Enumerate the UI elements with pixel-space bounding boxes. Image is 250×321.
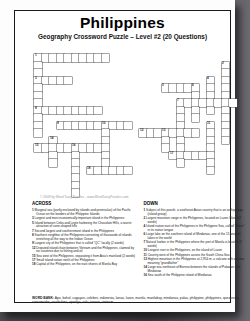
grid-cell-r8c21[interactable] <box>192 114 200 122</box>
grid-gap <box>154 99 162 107</box>
grid-gap <box>42 152 50 160</box>
grid-gap <box>79 182 87 190</box>
grid-cell-r4c23[interactable] <box>207 84 215 92</box>
grid-cell-r10c19[interactable] <box>177 129 185 137</box>
grid-cell-r10c14[interactable]: 12 <box>139 129 147 137</box>
grid-gap <box>199 114 207 122</box>
grid-cell-r4c20[interactable] <box>184 84 192 92</box>
grid-gap <box>229 54 237 62</box>
grid-gap <box>154 114 162 122</box>
grid-cell-r5c0[interactable] <box>34 92 42 100</box>
grid-cell-r4c0[interactable] <box>34 84 42 92</box>
grid-cell-r14c2[interactable] <box>49 159 57 167</box>
grid-cell-r9c4[interactable] <box>64 122 72 130</box>
grid-cell-r3c4[interactable] <box>64 77 72 85</box>
grid-cell-r5c25[interactable] <box>222 92 230 100</box>
grid-gap <box>34 159 42 167</box>
grid-gap <box>109 99 117 107</box>
grid-gap <box>154 62 162 70</box>
grid-cell-r10c17[interactable]: 13 <box>162 129 170 137</box>
grid-cell-r6c23[interactable] <box>207 99 215 107</box>
grid-gap <box>72 77 80 85</box>
grid-gap <box>57 137 65 145</box>
grid-gap <box>117 152 125 160</box>
grid-gap <box>124 84 132 92</box>
grid-cell-r13c9[interactable] <box>102 152 110 160</box>
grid-gap <box>132 114 140 122</box>
grid-cell-r12c7[interactable] <box>87 144 95 152</box>
grid-cell-r15c10[interactable] <box>109 167 117 175</box>
grid-cell-r2c25[interactable] <box>222 69 230 77</box>
grid-cell-r9c6[interactable] <box>79 122 87 130</box>
grid-cell-r9c12[interactable] <box>124 122 132 130</box>
grid-gap <box>214 114 222 122</box>
grid-gap <box>109 129 117 137</box>
grid-gap <box>132 84 140 92</box>
grid-gap <box>177 62 185 70</box>
grid-gap <box>214 84 222 92</box>
grid-gap <box>229 129 237 137</box>
grid-gap <box>79 92 87 100</box>
grid-gap <box>214 167 222 175</box>
grid-cell-r11c23[interactable] <box>207 137 215 145</box>
grid-gap <box>102 174 110 182</box>
grid-gap <box>94 159 102 167</box>
grid-gap <box>139 137 147 145</box>
grid-gap <box>94 182 102 190</box>
grid-gap <box>87 69 95 77</box>
cell-number: 1 <box>35 54 37 57</box>
grid-cell-r6c19[interactable]: 7 <box>177 99 185 107</box>
clue-across-12: 12 Disputed island chain between Vietnam… <box>32 245 136 252</box>
grid-gap <box>184 159 192 167</box>
grid-gap <box>147 77 155 85</box>
grid-gap <box>94 137 102 145</box>
grid-gap <box>42 137 50 145</box>
grid-cell-r0c0[interactable]: 1 <box>34 54 42 62</box>
grid-gap <box>94 69 102 77</box>
grid-cell-r9c8[interactable] <box>94 122 102 130</box>
grid-gap <box>139 167 147 175</box>
grid-cell-r7c7[interactable] <box>87 107 95 115</box>
grid-gap <box>64 152 72 160</box>
grid-gap <box>169 99 177 107</box>
grid-gap <box>139 77 147 85</box>
grid-cell-r3c3[interactable] <box>57 77 65 85</box>
grid-cell-r11c9[interactable] <box>102 137 110 145</box>
grid-gap <box>49 129 57 137</box>
grid-cell-r13c19[interactable] <box>177 152 185 160</box>
grid-gap <box>42 114 50 122</box>
grid-gap <box>87 99 95 107</box>
grid-gap <box>229 84 237 92</box>
grid-gap <box>184 122 192 130</box>
grid-gap <box>139 99 147 107</box>
grid-gap <box>117 92 125 100</box>
grid-cell-r12c9[interactable] <box>102 144 110 152</box>
grid-cell-r12c17[interactable] <box>162 144 170 152</box>
grid-gap <box>162 54 170 62</box>
grid-cell-r16c5[interactable] <box>72 174 80 182</box>
grid-cell-r10c0[interactable] <box>34 129 42 137</box>
grid-cell-r0c3[interactable] <box>57 54 65 62</box>
grid-gap <box>199 92 207 100</box>
grid-gap <box>207 174 215 182</box>
grid-gap <box>192 182 200 190</box>
grid-gap <box>199 144 207 152</box>
clue-across-18: 18 Capital of the Philippines, on the ea… <box>32 262 136 266</box>
grid-cell-r10c15[interactable] <box>147 129 155 137</box>
grid-cell-r10c20[interactable] <box>184 129 192 137</box>
grid-gap <box>49 167 57 175</box>
grid-gap <box>177 77 185 85</box>
clue-across-8: 8 Southern neighbor of the Philippines c… <box>32 233 136 240</box>
grid-gap <box>132 107 140 115</box>
grid-gap <box>162 182 170 190</box>
grid-cell-r10c18[interactable] <box>169 129 177 137</box>
cell-number: 8 <box>35 107 37 110</box>
grid-gap <box>109 84 117 92</box>
grid-gap <box>94 152 102 160</box>
grid-cell-r7c2[interactable] <box>49 107 57 115</box>
grid-gap <box>87 129 95 137</box>
grid-gap <box>94 92 102 100</box>
grid-gap <box>124 107 132 115</box>
grid-cell-r15c11[interactable] <box>117 167 125 175</box>
grid-gap <box>184 77 192 85</box>
grid-gap <box>222 159 230 167</box>
grid-gap <box>102 62 110 70</box>
grid-cell-r8c0[interactable] <box>34 114 42 122</box>
grid-cell-r7c0[interactable]: 8 <box>34 107 42 115</box>
grid-cell-r12c8[interactable] <box>94 144 102 152</box>
grid-gap <box>64 174 72 182</box>
grid-gap <box>214 137 222 145</box>
grid-cell-r0c4[interactable] <box>64 54 72 62</box>
grid-cell-r4c17[interactable]: 5 <box>162 84 170 92</box>
grid-gap <box>162 174 170 182</box>
clue-down-16: 16 Sea south of the Philippine island of… <box>144 273 248 277</box>
grid-gap <box>117 129 125 137</box>
cell-number: 6 <box>192 84 194 87</box>
clue-across-15: 15 Sea west of the Philippines, separati… <box>32 253 136 257</box>
grid-cell-r14c9[interactable] <box>102 159 110 167</box>
grid-gap <box>222 182 230 190</box>
grid-gap <box>117 69 125 77</box>
grid-gap <box>147 69 155 77</box>
grid-gap <box>42 92 50 100</box>
grid-gap <box>49 69 57 77</box>
grid-gap <box>169 107 177 115</box>
grid-gap <box>42 122 50 130</box>
grid-cell-r13c18[interactable]: 17 <box>169 152 177 160</box>
grid-cell-r2c0[interactable] <box>34 69 42 77</box>
grid-cell-r11c2[interactable]: 14 <box>49 137 57 145</box>
grid-gap <box>169 144 177 152</box>
grid-cell-r11c19[interactable] <box>177 137 185 145</box>
grid-gap <box>184 62 192 70</box>
grid-gap <box>42 159 50 167</box>
grid-cell-r0c1[interactable] <box>42 54 50 62</box>
grid-cell-r9c23[interactable]: 11 <box>207 122 215 130</box>
grid-gap <box>162 167 170 175</box>
grid-gap <box>57 167 65 175</box>
grid-gap <box>87 182 95 190</box>
grid-cell-r3c0[interactable]: 3 <box>34 77 42 85</box>
grid-gap <box>207 62 215 70</box>
grid-gap <box>132 129 140 137</box>
cell-number: 17 <box>170 152 173 155</box>
grid-cell-r6c21[interactable] <box>192 99 200 107</box>
grid-gap <box>147 182 155 190</box>
grid-cell-r9c11[interactable] <box>117 122 125 130</box>
grid-gap <box>154 152 162 160</box>
grid-cell-r7c25[interactable] <box>222 107 230 115</box>
grid-cell-r9c7[interactable] <box>87 122 95 130</box>
grid-gap <box>229 144 237 152</box>
grid-gap <box>79 159 87 167</box>
grid-gap <box>49 92 57 100</box>
grid-cell-r3c25[interactable] <box>222 77 230 85</box>
grid-cell-r6c0[interactable] <box>34 99 42 107</box>
grid-cell-r15c23[interactable] <box>207 167 215 175</box>
grid-gap <box>79 152 87 160</box>
grid-gap <box>214 174 222 182</box>
grid-gap <box>199 159 207 167</box>
grid-cell-r12c23[interactable] <box>207 144 215 152</box>
grid-cell-r4c25[interactable] <box>222 84 230 92</box>
grid-gap <box>139 84 147 92</box>
grid-cell-r14c19[interactable] <box>177 159 185 167</box>
grid-gap <box>42 69 50 77</box>
grid-cell-r6c22[interactable] <box>199 99 207 107</box>
grid-cell-r9c19[interactable] <box>177 122 185 130</box>
grid-gap <box>147 159 155 167</box>
grid-cell-r7c8[interactable] <box>94 107 102 115</box>
grid-gap <box>214 159 222 167</box>
grid-cell-r7c21[interactable] <box>192 107 200 115</box>
cell-number: 15 <box>35 144 38 147</box>
grid-cell-r3c2[interactable] <box>49 77 57 85</box>
grid-cell-r11c17[interactable] <box>162 137 170 145</box>
page-title: Philippines <box>15 14 230 32</box>
grid-gap <box>139 159 147 167</box>
grid-cell-r1c25[interactable]: 2 <box>222 62 230 70</box>
grid-gap <box>49 174 57 182</box>
grid-gap <box>57 92 65 100</box>
desk-background: Philippines Geography Crossword Puzzle –… <box>0 0 250 321</box>
grid-cell-r14c23[interactable] <box>207 159 215 167</box>
grid-cell-r13c2[interactable] <box>49 152 57 160</box>
grid-gap <box>117 174 125 182</box>
clue-down-6: 6 Large lake on the southern island of M… <box>144 232 248 239</box>
grid-gap <box>207 182 215 190</box>
grid-cell-r15c7[interactable]: 18 <box>87 167 95 175</box>
grid-cell-r7c6[interactable] <box>79 107 87 115</box>
grid-gap <box>162 159 170 167</box>
grid-cell-r5c21[interactable] <box>192 92 200 100</box>
grid-cell-r9c0[interactable] <box>34 122 42 130</box>
grid-gap <box>87 114 95 122</box>
grid-cell-r12c6[interactable] <box>79 144 87 152</box>
grid-gap <box>169 54 177 62</box>
grid-cell-r13c5[interactable] <box>72 152 80 160</box>
grid-cell-r12c0[interactable]: 15 <box>34 144 42 152</box>
grid-cell-r9c3[interactable]: 9 <box>57 122 65 130</box>
grid-cell-r0c5[interactable] <box>72 54 80 62</box>
grid-gap <box>72 84 80 92</box>
grid-cell-r1c0[interactable] <box>34 62 42 70</box>
grid-gap <box>199 137 207 145</box>
grid-cell-r4c21[interactable]: 6 <box>192 84 200 92</box>
grid-cell-r17c5[interactable] <box>72 182 80 190</box>
grid-cell-r8c19[interactable] <box>177 114 185 122</box>
grid-gap <box>102 92 110 100</box>
grid-gap <box>169 174 177 182</box>
grid-gap <box>162 62 170 70</box>
grid-cell-r7c19[interactable] <box>177 107 185 115</box>
grid-gap <box>109 77 117 85</box>
clue-down-14: 14 Large sea northeast of Borneo between… <box>144 265 248 272</box>
grid-gap <box>109 174 117 182</box>
grid-cell-r0c2[interactable] <box>49 54 57 62</box>
grid-cell-r12c3[interactable] <box>57 144 65 152</box>
grid-gap <box>199 69 207 77</box>
grid-gap <box>177 69 185 77</box>
grid-cell-r6c26[interactable] <box>229 99 237 107</box>
grid-cell-r5c23[interactable] <box>207 92 215 100</box>
grid-cell-r7c4[interactable] <box>64 107 72 115</box>
grid-gap <box>169 77 177 85</box>
grid-gap <box>207 69 215 77</box>
grid-gap <box>57 152 65 160</box>
grid-cell-r12c1[interactable] <box>42 144 50 152</box>
grid-gap <box>154 92 162 100</box>
grid-gap <box>57 69 65 77</box>
grid-cell-r10c16[interactable] <box>154 129 162 137</box>
grid-cell-r7c23[interactable] <box>207 107 215 115</box>
clue-section: ACROSS 1 Marginal sea (partly enclosed b… <box>32 201 247 278</box>
grid-cell-r7c1[interactable] <box>42 107 50 115</box>
grid-gap <box>109 159 117 167</box>
grid-cell-r6c20[interactable] <box>184 99 192 107</box>
grid-gap <box>147 107 155 115</box>
grid-gap <box>229 69 237 77</box>
grid-gap <box>177 54 185 62</box>
grid-gap <box>147 174 155 182</box>
grid-gap <box>199 182 207 190</box>
grid-gap <box>192 167 200 175</box>
grid-cell-r15c12[interactable] <box>124 167 132 175</box>
grid-cell-r7c3[interactable] <box>57 107 65 115</box>
grid-gap <box>64 159 72 167</box>
grid-cell-r10c25[interactable] <box>222 129 230 137</box>
grid-cell-r9c5[interactable] <box>72 122 80 130</box>
grid-cell-r14c5[interactable] <box>72 159 80 167</box>
grid-cell-r3c1[interactable] <box>42 77 50 85</box>
grid-cell-r12c2[interactable] <box>49 144 57 152</box>
grid-cell-r15c5[interactable] <box>72 167 80 175</box>
grid-cell-r9c10[interactable] <box>109 122 117 130</box>
grid-cell-r10c23[interactable] <box>207 129 215 137</box>
grid-cell-r0c6[interactable] <box>79 54 87 62</box>
grid-cell-r6c24[interactable] <box>214 99 222 107</box>
grid-gap <box>124 77 132 85</box>
grid-cell-r0c9[interactable] <box>102 54 110 62</box>
grid-cell-r11c25[interactable] <box>222 137 230 145</box>
grid-gap <box>79 77 87 85</box>
grid-cell-r9c25[interactable] <box>222 122 230 130</box>
grid-gap <box>109 137 117 145</box>
grid-cell-r10c9[interactable] <box>102 129 110 137</box>
grid-gap <box>229 77 237 85</box>
grid-gap <box>214 62 222 70</box>
grid-gap <box>117 77 125 85</box>
grid-gap <box>57 129 65 137</box>
grid-cell-r12c5[interactable]: 16 <box>72 144 80 152</box>
grid-gap <box>162 107 170 115</box>
grid-gap <box>214 152 222 160</box>
cell-number: 9 <box>57 122 59 125</box>
grid-gap <box>102 99 110 107</box>
grid-cell-r13c22[interactable] <box>199 152 207 160</box>
grid-cell-r15c9[interactable] <box>102 167 110 175</box>
grid-cell-r6c25[interactable] <box>222 99 230 107</box>
grid-gap <box>192 69 200 77</box>
grid-gap <box>192 159 200 167</box>
grid-gap <box>79 174 87 182</box>
grid-gap <box>132 69 140 77</box>
grid-gap <box>117 159 125 167</box>
grid-gap <box>132 144 140 152</box>
grid-cell-r8c25[interactable] <box>222 114 230 122</box>
grid-cell-r13c23[interactable] <box>207 152 215 160</box>
grid-gap <box>199 129 207 137</box>
grid-gap <box>214 54 222 62</box>
grid-cell-r9c9[interactable]: 10 <box>102 122 110 130</box>
grid-gap <box>139 107 147 115</box>
page-subtitle: Geography Crossword Puzzle – Level #2 (2… <box>15 33 230 40</box>
grid-gap <box>72 99 80 107</box>
cell-number: 4 <box>207 77 209 80</box>
grid-cell-r7c5[interactable] <box>72 107 80 115</box>
grid-gap <box>124 152 132 160</box>
grid-gap <box>124 174 132 182</box>
grid-gap <box>57 62 65 70</box>
grid-gap <box>132 77 140 85</box>
grid-cell-r10c21[interactable] <box>192 129 200 137</box>
grid-cell-r3c23[interactable]: 4 <box>207 77 215 85</box>
grid-gap <box>177 167 185 175</box>
grid-gap <box>109 107 117 115</box>
down-clues-column: DOWN 1 Subject of this puzzle, a southea… <box>144 201 248 278</box>
grid-cell-r15c8[interactable] <box>94 167 102 175</box>
grid-cell-r13c20[interactable] <box>184 152 192 160</box>
grid-cell-r0c8[interactable] <box>94 54 102 62</box>
grid-cell-r0c7[interactable] <box>87 54 95 62</box>
grid-gap <box>109 92 117 100</box>
grid-gap <box>139 114 147 122</box>
grid-cell-r4c19[interactable] <box>177 84 185 92</box>
grid-gap <box>102 107 110 115</box>
grid-cell-r12c4[interactable] <box>64 144 72 152</box>
grid-gap <box>94 84 102 92</box>
grid-cell-r4c18[interactable] <box>169 84 177 92</box>
grid-gap <box>87 159 95 167</box>
grid-cell-r13c21[interactable] <box>192 152 200 160</box>
clue-down-13: 13 Highest mountain in the Philippines a… <box>144 257 248 264</box>
grid-cell-r12c19[interactable] <box>177 144 185 152</box>
